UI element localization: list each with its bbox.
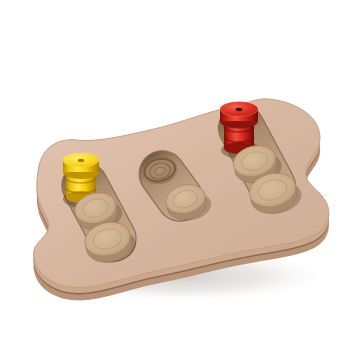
product-photo — [0, 0, 360, 360]
puzzle-scene — [0, 0, 360, 360]
peg-red-top-hole — [236, 108, 242, 111]
peg-yellow-top-hole — [78, 159, 84, 162]
